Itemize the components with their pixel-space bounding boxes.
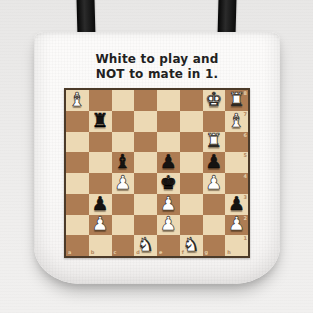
white-pawn: ♟ bbox=[160, 214, 177, 233]
square-a7 bbox=[66, 111, 89, 132]
square-a6 bbox=[66, 132, 89, 153]
white-pawn: ♟ bbox=[160, 194, 177, 213]
square-d8 bbox=[134, 90, 157, 111]
square-b2: ♟ bbox=[89, 215, 112, 236]
rank-label-2: 2 bbox=[244, 216, 247, 221]
square-c5: ♝ bbox=[112, 152, 135, 173]
white-rook: ♜ bbox=[205, 131, 222, 150]
square-g7 bbox=[203, 111, 226, 132]
file-label-d: d bbox=[136, 250, 140, 255]
square-e4: ♚ bbox=[157, 173, 180, 194]
black-pawn: ♟ bbox=[205, 152, 222, 171]
square-b8 bbox=[89, 90, 112, 111]
square-f8 bbox=[180, 90, 203, 111]
square-e2: ♟ bbox=[157, 215, 180, 236]
square-h2: ♟2 bbox=[225, 215, 248, 236]
square-d3 bbox=[134, 194, 157, 215]
square-b6 bbox=[89, 132, 112, 153]
square-a3 bbox=[66, 194, 89, 215]
file-label-g: g bbox=[205, 250, 209, 255]
square-g8: ♚ bbox=[203, 90, 226, 111]
square-a8: ♝ bbox=[66, 90, 89, 111]
square-f1: ♞f bbox=[180, 235, 203, 256]
square-e5: ♟ bbox=[157, 152, 180, 173]
square-c6 bbox=[112, 132, 135, 153]
square-f5 bbox=[180, 152, 203, 173]
rank-label-8: 8 bbox=[244, 91, 247, 96]
square-d1: ♞d bbox=[134, 235, 157, 256]
square-h8: ♜8 bbox=[225, 90, 248, 111]
rank-label-4: 4 bbox=[244, 174, 247, 179]
square-d2 bbox=[134, 215, 157, 236]
square-g6: ♜ bbox=[203, 132, 226, 153]
caption-line-2: NOT to mate in 1. bbox=[34, 67, 280, 82]
square-g5: ♟ bbox=[203, 152, 226, 173]
file-label-h: h bbox=[227, 250, 231, 255]
white-knight: ♞ bbox=[183, 235, 200, 254]
square-c7 bbox=[112, 111, 135, 132]
square-f2 bbox=[180, 215, 203, 236]
black-pawn: ♟ bbox=[160, 152, 177, 171]
square-f6 bbox=[180, 132, 203, 153]
square-e7 bbox=[157, 111, 180, 132]
square-g1: g bbox=[203, 235, 226, 256]
square-b7: ♜ bbox=[89, 111, 112, 132]
square-a4 bbox=[66, 173, 89, 194]
square-d4 bbox=[134, 173, 157, 194]
chess-board: ♝♚♜8♜♝7♜6♝♟♟5♟♚♟4♟♟♟3♟♟♟2abc♞de♞fg1h bbox=[64, 88, 250, 258]
square-b4 bbox=[89, 173, 112, 194]
square-e1: e bbox=[157, 235, 180, 256]
file-label-c: c bbox=[114, 250, 117, 255]
square-h1: 1h bbox=[225, 235, 248, 256]
square-c3 bbox=[112, 194, 135, 215]
black-king: ♚ bbox=[160, 173, 177, 192]
file-label-e: e bbox=[159, 250, 162, 255]
rank-label-7: 7 bbox=[244, 112, 247, 117]
black-bishop: ♝ bbox=[114, 152, 131, 171]
white-pawn: ♟ bbox=[92, 214, 109, 233]
square-f3 bbox=[180, 194, 203, 215]
square-a1: a bbox=[66, 235, 89, 256]
white-king: ♚ bbox=[205, 90, 222, 109]
square-h5: 5 bbox=[225, 152, 248, 173]
square-h3: ♟3 bbox=[225, 194, 248, 215]
square-c4: ♟ bbox=[112, 173, 135, 194]
square-a2 bbox=[66, 215, 89, 236]
square-c2 bbox=[112, 215, 135, 236]
square-e8 bbox=[157, 90, 180, 111]
rank-label-3: 3 bbox=[244, 195, 247, 200]
rank-label-1: 1 bbox=[244, 236, 247, 241]
square-e6 bbox=[157, 132, 180, 153]
square-d5 bbox=[134, 152, 157, 173]
square-f7 bbox=[180, 111, 203, 132]
black-rook: ♜ bbox=[92, 111, 109, 130]
tote-bag: White to play and NOT to mate in 1. ♝♚♜8… bbox=[34, 32, 280, 284]
square-d7 bbox=[134, 111, 157, 132]
caption-line-1: White to play and bbox=[34, 52, 280, 67]
white-bishop: ♝ bbox=[69, 90, 86, 109]
square-f4 bbox=[180, 173, 203, 194]
file-label-f: f bbox=[182, 250, 184, 255]
square-d6 bbox=[134, 132, 157, 153]
square-g3 bbox=[203, 194, 226, 215]
white-pawn: ♟ bbox=[114, 173, 131, 192]
square-h4: 4 bbox=[225, 173, 248, 194]
file-label-b: b bbox=[91, 250, 95, 255]
rank-label-5: 5 bbox=[244, 153, 247, 158]
square-b5 bbox=[89, 152, 112, 173]
product-photo-background: White to play and NOT to mate in 1. ♝♚♜8… bbox=[0, 0, 313, 313]
square-h7: ♝7 bbox=[225, 111, 248, 132]
square-b1: b bbox=[89, 235, 112, 256]
square-h6: 6 bbox=[225, 132, 248, 153]
black-pawn: ♟ bbox=[92, 194, 109, 213]
square-a5 bbox=[66, 152, 89, 173]
square-g2 bbox=[203, 215, 226, 236]
puzzle-caption: White to play and NOT to mate in 1. bbox=[34, 52, 280, 82]
white-pawn: ♟ bbox=[205, 173, 222, 192]
square-g4: ♟ bbox=[203, 173, 226, 194]
square-c8 bbox=[112, 90, 135, 111]
rank-label-6: 6 bbox=[244, 133, 247, 138]
file-label-a: a bbox=[68, 250, 71, 255]
square-e3: ♟ bbox=[157, 194, 180, 215]
square-b3: ♟ bbox=[89, 194, 112, 215]
square-c1: c bbox=[112, 235, 135, 256]
